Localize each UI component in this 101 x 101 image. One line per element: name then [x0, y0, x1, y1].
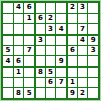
- cell-r5c3[interactable]: 7: [24, 46, 34, 56]
- cell-r8c4[interactable]: [35, 78, 45, 88]
- cell-r8c5[interactable]: 6: [46, 78, 56, 88]
- cell-r9c8[interactable]: 2: [78, 88, 88, 98]
- cell-r6c1[interactable]: 4: [3, 56, 13, 66]
- cell-r9c2[interactable]: 8: [14, 88, 24, 98]
- cell-r4c3[interactable]: [24, 35, 34, 45]
- cell-r5c1[interactable]: 5: [3, 46, 13, 56]
- cell-r5c7[interactable]: 6: [67, 46, 77, 56]
- cell-r9c5[interactable]: [46, 88, 56, 98]
- cell-r8c7[interactable]: 1: [67, 78, 77, 88]
- cell-r8c9[interactable]: [88, 78, 98, 88]
- cell-r2c1[interactable]: [3, 14, 13, 24]
- cell-r4c5[interactable]: [46, 35, 56, 45]
- cell-r1c1[interactable]: [3, 3, 13, 13]
- cell-r6c5[interactable]: [46, 56, 56, 66]
- cell-r6c9[interactable]: [88, 56, 98, 66]
- cell-r7c2[interactable]: 1: [14, 67, 24, 77]
- board-margin: 462316234734957634691856718592: [0, 0, 101, 101]
- cell-r1c9[interactable]: [88, 3, 98, 13]
- cell-r3c3[interactable]: [24, 24, 34, 34]
- cell-r3c2[interactable]: [14, 24, 24, 34]
- cell-r7c6[interactable]: [56, 67, 66, 77]
- cell-r7c4[interactable]: 8: [35, 67, 45, 77]
- cell-r8c6[interactable]: 7: [56, 78, 66, 88]
- cell-r9c3[interactable]: 5: [24, 88, 34, 98]
- cell-r4c9[interactable]: 9: [88, 35, 98, 45]
- cell-r8c8[interactable]: [78, 78, 88, 88]
- cell-r6c8[interactable]: [78, 56, 88, 66]
- cell-r1c5[interactable]: [46, 3, 56, 13]
- cell-r1c2[interactable]: 4: [14, 3, 24, 13]
- cell-r8c3[interactable]: [24, 78, 34, 88]
- cell-r3c1[interactable]: [3, 24, 13, 34]
- cell-r5c4[interactable]: [35, 46, 45, 56]
- cell-r7c7[interactable]: [67, 67, 77, 77]
- cell-r2c5[interactable]: 2: [46, 14, 56, 24]
- cell-r8c2[interactable]: [14, 78, 24, 88]
- cell-r9c9[interactable]: [88, 88, 98, 98]
- cell-r4c6[interactable]: [56, 35, 66, 45]
- cell-r9c4[interactable]: [35, 88, 45, 98]
- cell-r4c7[interactable]: [67, 35, 77, 45]
- cell-r1c7[interactable]: 2: [67, 3, 77, 13]
- sudoku-board: 462316234734957634691856718592: [1, 1, 100, 100]
- cell-r7c3[interactable]: [24, 67, 34, 77]
- cell-r1c8[interactable]: 3: [78, 3, 88, 13]
- cell-r5c6[interactable]: [56, 46, 66, 56]
- cell-r2c7[interactable]: [67, 14, 77, 24]
- cell-r6c2[interactable]: 6: [14, 56, 24, 66]
- cell-r3c8[interactable]: 7: [78, 24, 88, 34]
- cell-r9c6[interactable]: [56, 88, 66, 98]
- cell-r5c2[interactable]: [14, 46, 24, 56]
- cell-r2c3[interactable]: 1: [24, 14, 34, 24]
- cell-r3c9[interactable]: [88, 24, 98, 34]
- cell-r3c4[interactable]: [35, 24, 45, 34]
- cell-r3c7[interactable]: [67, 24, 77, 34]
- cell-r4c4[interactable]: 3: [35, 35, 45, 45]
- cell-r4c2[interactable]: [14, 35, 24, 45]
- cell-r6c6[interactable]: 9: [56, 56, 66, 66]
- cell-r3c5[interactable]: 3: [46, 24, 56, 34]
- cell-r6c3[interactable]: [24, 56, 34, 66]
- cell-r7c9[interactable]: [88, 67, 98, 77]
- cell-r2c9[interactable]: [88, 14, 98, 24]
- cell-r7c1[interactable]: [3, 67, 13, 77]
- cell-r2c2[interactable]: [14, 14, 24, 24]
- cell-r1c6[interactable]: [56, 3, 66, 13]
- cell-r5c8[interactable]: [78, 46, 88, 56]
- cell-r2c8[interactable]: [78, 14, 88, 24]
- cell-r9c1[interactable]: [3, 88, 13, 98]
- cell-r2c4[interactable]: 6: [35, 14, 45, 24]
- cell-r6c7[interactable]: [67, 56, 77, 66]
- cell-r8c1[interactable]: [3, 78, 13, 88]
- cell-r5c5[interactable]: [46, 46, 56, 56]
- cell-r1c3[interactable]: 6: [24, 3, 34, 13]
- cell-r7c8[interactable]: [78, 67, 88, 77]
- cell-r2c6[interactable]: [56, 14, 66, 24]
- cell-r7c5[interactable]: 5: [46, 67, 56, 77]
- cell-r9c7[interactable]: 9: [67, 88, 77, 98]
- cell-r4c8[interactable]: 4: [78, 35, 88, 45]
- cell-r6c4[interactable]: [35, 56, 45, 66]
- cell-r5c9[interactable]: 3: [88, 46, 98, 56]
- cell-r1c4[interactable]: [35, 3, 45, 13]
- cell-r3c6[interactable]: 4: [56, 24, 66, 34]
- cell-r4c1[interactable]: [3, 35, 13, 45]
